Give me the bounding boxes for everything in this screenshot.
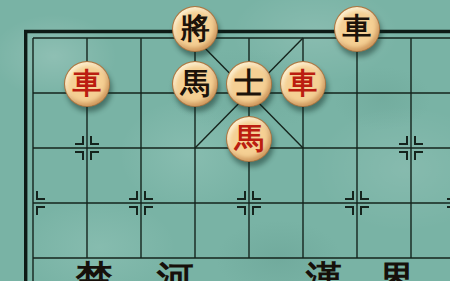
red-chariot-left[interactable]: 車 [64,61,110,107]
piece-character: 馬 [181,69,210,98]
river-char-han: 漢 [306,261,343,281]
piece-character: 車 [289,69,318,98]
piece-character: 士 [235,69,264,98]
river-char-jie: 界 [379,261,416,281]
red-chariot-right[interactable]: 車 [280,61,326,107]
piece-layer: 將車車馬士車馬 [6,11,450,281]
xiangqi-board[interactable]: 將車車馬士車馬 楚 河 漢 界 [0,0,450,281]
black-chariot[interactable]: 車 [334,6,380,52]
piece-character: 車 [73,69,102,98]
river-char-chu: 楚 [76,261,113,281]
red-horse[interactable]: 馬 [226,116,272,162]
piece-character: 將 [181,14,210,43]
piece-character: 馬 [235,124,264,153]
black-horse[interactable]: 馬 [172,61,218,107]
black-advisor[interactable]: 士 [226,61,272,107]
piece-character: 車 [343,14,372,43]
black-general[interactable]: 將 [172,6,218,52]
river-char-he: 河 [157,261,194,281]
